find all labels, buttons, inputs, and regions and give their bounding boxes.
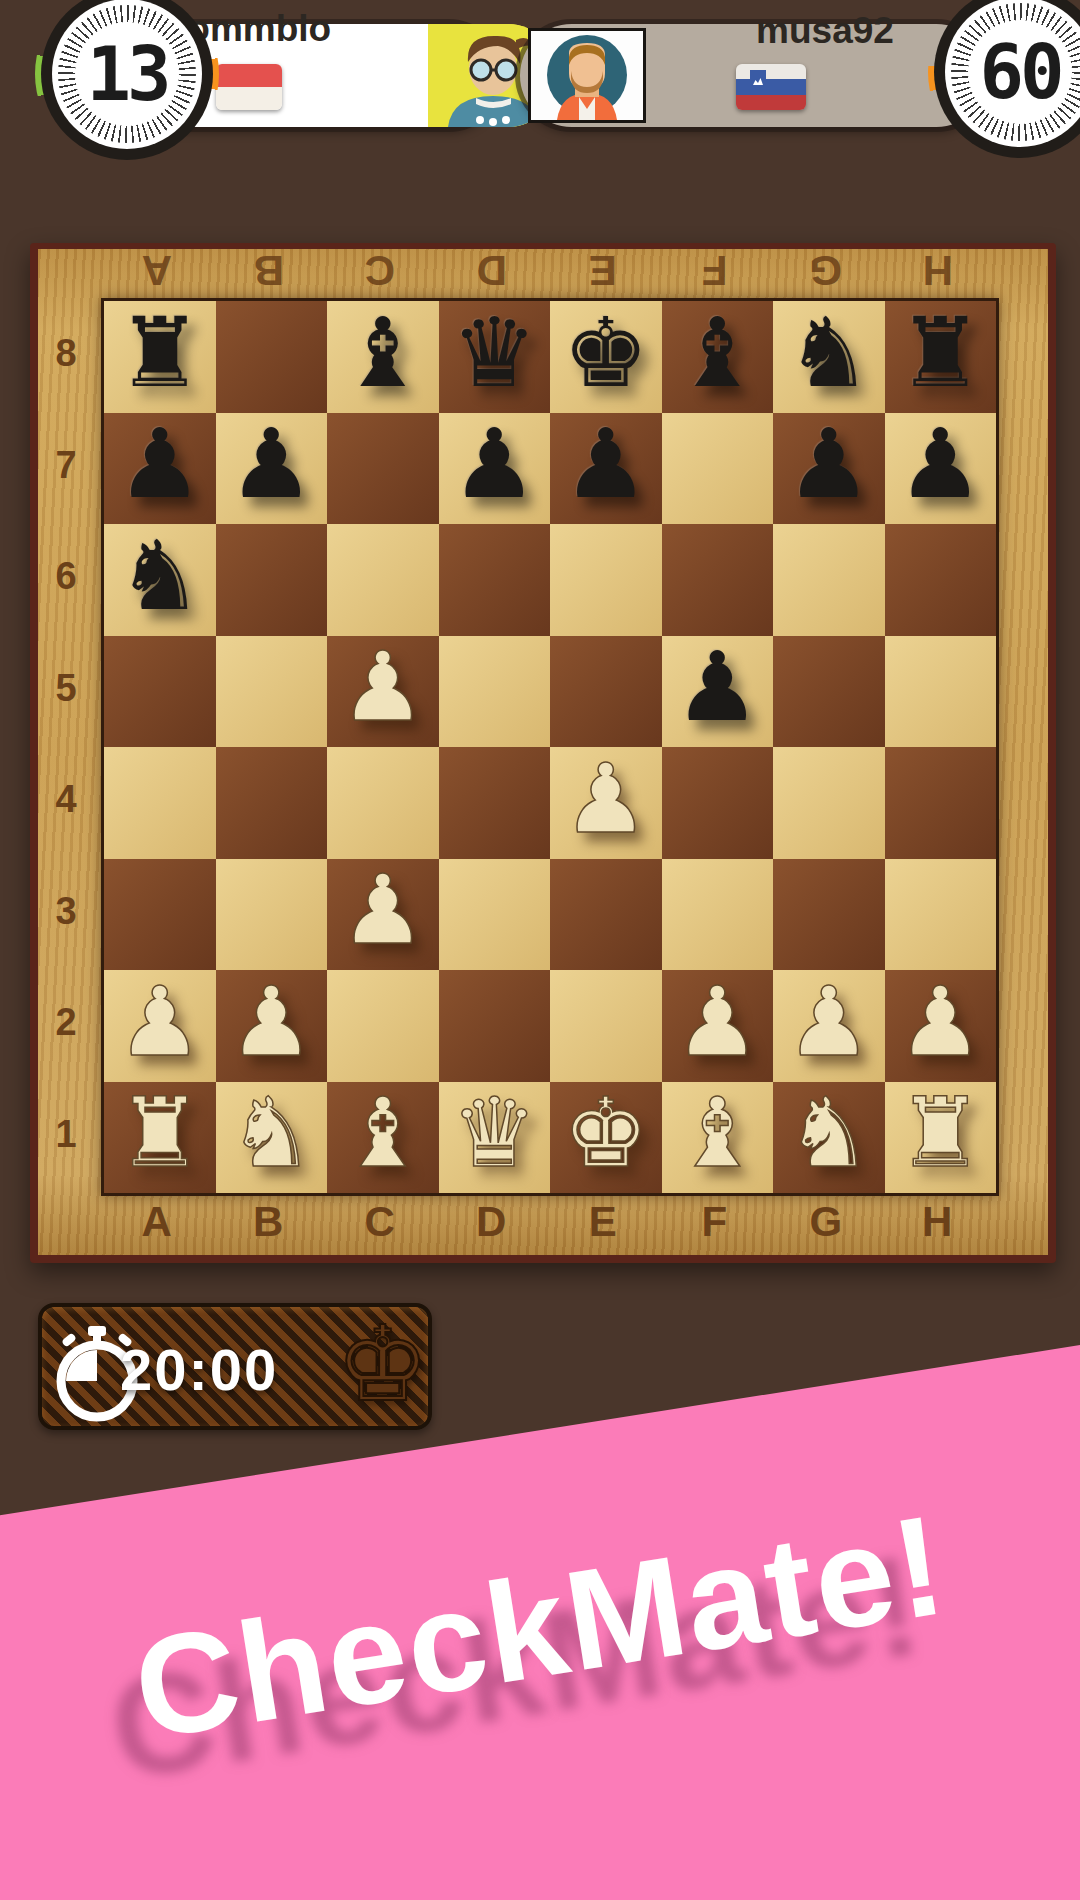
square-e7[interactable]: ♟ bbox=[550, 413, 662, 525]
square-h5[interactable] bbox=[885, 636, 997, 748]
square-f6[interactable] bbox=[662, 524, 774, 636]
square-e5[interactable] bbox=[550, 636, 662, 748]
app-screen: CheckMate! zommblo musa92 bbox=[0, 0, 1080, 1900]
piece-black-bishop[interactable]: ♝ bbox=[674, 305, 760, 401]
piece-black-rook[interactable]: ♜ bbox=[897, 305, 983, 401]
piece-white-pawn[interactable]: ♟ bbox=[786, 974, 872, 1070]
square-d3[interactable] bbox=[439, 859, 551, 971]
piece-white-rook[interactable]: ♜ bbox=[897, 1085, 983, 1181]
piece-black-knight[interactable]: ♞ bbox=[786, 305, 872, 401]
square-h6[interactable] bbox=[885, 524, 997, 636]
piece-white-knight[interactable]: ♞ bbox=[786, 1085, 872, 1181]
square-f8[interactable]: ♝ bbox=[662, 301, 774, 413]
clock-right-value: 60 bbox=[934, 0, 1080, 158]
piece-black-bishop[interactable]: ♝ bbox=[340, 305, 426, 401]
clock-left-value: 13 bbox=[41, 0, 213, 160]
square-d1[interactable]: ♛ bbox=[439, 1082, 551, 1194]
square-h8[interactable]: ♜ bbox=[885, 301, 997, 413]
square-b8[interactable] bbox=[216, 301, 328, 413]
clock-right: 60 bbox=[934, 0, 1080, 158]
piece-white-pawn[interactable]: ♟ bbox=[117, 974, 203, 1070]
bearded-person-avatar-icon bbox=[531, 31, 643, 120]
square-d6[interactable] bbox=[439, 524, 551, 636]
piece-white-pawn[interactable]: ♟ bbox=[340, 639, 426, 735]
square-d2[interactable] bbox=[439, 970, 551, 1082]
square-h2[interactable]: ♟ bbox=[885, 970, 997, 1082]
square-g6[interactable] bbox=[773, 524, 885, 636]
square-h1[interactable]: ♜ bbox=[885, 1082, 997, 1194]
piece-white-queen[interactable]: ♛ bbox=[451, 1085, 537, 1181]
piece-black-pawn[interactable]: ♟ bbox=[563, 416, 649, 512]
chess-board: ABCDEFGH ABCDEFGH 87654321 87654321 ♜♝♛♚… bbox=[30, 243, 1056, 1263]
square-b5[interactable] bbox=[216, 636, 328, 748]
piece-black-pawn[interactable]: ♟ bbox=[117, 416, 203, 512]
square-g8[interactable]: ♞ bbox=[773, 301, 885, 413]
square-d5[interactable] bbox=[439, 636, 551, 748]
piece-white-pawn[interactable]: ♟ bbox=[340, 862, 426, 958]
piece-black-rook[interactable]: ♜ bbox=[117, 305, 203, 401]
square-f3[interactable] bbox=[662, 859, 774, 971]
square-g3[interactable] bbox=[773, 859, 885, 971]
square-c2[interactable] bbox=[327, 970, 439, 1082]
piece-black-pawn[interactable]: ♟ bbox=[451, 416, 537, 512]
piece-white-pawn[interactable]: ♟ bbox=[563, 751, 649, 847]
square-a5[interactable] bbox=[104, 636, 216, 748]
square-b2[interactable]: ♟ bbox=[216, 970, 328, 1082]
right-avatar bbox=[528, 28, 646, 123]
square-g4[interactable] bbox=[773, 747, 885, 859]
square-c3[interactable]: ♟ bbox=[327, 859, 439, 971]
square-a2[interactable]: ♟ bbox=[104, 970, 216, 1082]
square-f5[interactable]: ♟ bbox=[662, 636, 774, 748]
piece-white-pawn[interactable]: ♟ bbox=[897, 974, 983, 1070]
piece-black-pawn[interactable]: ♟ bbox=[228, 416, 314, 512]
square-b1[interactable]: ♞ bbox=[216, 1082, 328, 1194]
piece-white-bishop[interactable]: ♝ bbox=[674, 1085, 760, 1181]
rank-labels-left: 87654321 bbox=[36, 298, 96, 1190]
piece-black-queen[interactable]: ♛ bbox=[451, 305, 537, 401]
piece-black-king[interactable]: ♚ bbox=[563, 305, 649, 401]
piece-white-king[interactable]: ♚ bbox=[563, 1085, 649, 1181]
square-a3[interactable] bbox=[104, 859, 216, 971]
square-f1[interactable]: ♝ bbox=[662, 1082, 774, 1194]
square-f7[interactable] bbox=[662, 413, 774, 525]
square-h4[interactable] bbox=[885, 747, 997, 859]
piece-black-knight[interactable]: ♞ bbox=[117, 528, 203, 624]
square-h3[interactable] bbox=[885, 859, 997, 971]
square-e2[interactable] bbox=[550, 970, 662, 1082]
piece-white-pawn[interactable]: ♟ bbox=[674, 974, 760, 1070]
piece-black-pawn[interactable]: ♟ bbox=[674, 639, 760, 735]
square-b3[interactable] bbox=[216, 859, 328, 971]
square-c8[interactable]: ♝ bbox=[327, 301, 439, 413]
piece-black-pawn[interactable]: ♟ bbox=[786, 416, 872, 512]
king-silhouette-icon: ♚ bbox=[336, 1312, 429, 1416]
player-name-right: musa92 bbox=[700, 10, 950, 52]
piece-white-pawn[interactable]: ♟ bbox=[228, 974, 314, 1070]
square-a6[interactable]: ♞ bbox=[104, 524, 216, 636]
square-e8[interactable]: ♚ bbox=[550, 301, 662, 413]
square-d8[interactable]: ♛ bbox=[439, 301, 551, 413]
square-g2[interactable]: ♟ bbox=[773, 970, 885, 1082]
square-b4[interactable] bbox=[216, 747, 328, 859]
square-c6[interactable] bbox=[327, 524, 439, 636]
file-labels-top: ABCDEFGH bbox=[101, 245, 993, 295]
square-e3[interactable] bbox=[550, 859, 662, 971]
piece-white-knight[interactable]: ♞ bbox=[228, 1085, 314, 1181]
square-a1[interactable]: ♜ bbox=[104, 1082, 216, 1194]
square-a7[interactable]: ♟ bbox=[104, 413, 216, 525]
square-e1[interactable]: ♚ bbox=[550, 1082, 662, 1194]
piece-white-rook[interactable]: ♜ bbox=[117, 1085, 203, 1181]
square-g1[interactable]: ♞ bbox=[773, 1082, 885, 1194]
file-labels-bottom: ABCDEFGH bbox=[101, 1193, 993, 1251]
piece-black-pawn[interactable]: ♟ bbox=[897, 416, 983, 512]
square-e6[interactable] bbox=[550, 524, 662, 636]
square-a4[interactable] bbox=[104, 747, 216, 859]
square-f2[interactable]: ♟ bbox=[662, 970, 774, 1082]
square-c7[interactable] bbox=[327, 413, 439, 525]
square-g5[interactable] bbox=[773, 636, 885, 748]
square-d7[interactable]: ♟ bbox=[439, 413, 551, 525]
indonesia-flag-icon bbox=[216, 64, 282, 110]
square-b7[interactable]: ♟ bbox=[216, 413, 328, 525]
square-e4[interactable]: ♟ bbox=[550, 747, 662, 859]
square-c4[interactable] bbox=[327, 747, 439, 859]
square-d4[interactable] bbox=[439, 747, 551, 859]
square-b6[interactable] bbox=[216, 524, 328, 636]
square-h7[interactable]: ♟ bbox=[885, 413, 997, 525]
square-c1[interactable]: ♝ bbox=[327, 1082, 439, 1194]
square-g7[interactable]: ♟ bbox=[773, 413, 885, 525]
square-a8[interactable]: ♜ bbox=[104, 301, 216, 413]
square-f4[interactable] bbox=[662, 747, 774, 859]
clock-left: 13 bbox=[41, 0, 213, 160]
board-grid: ♜♝♛♚♝♞♜♟♟♟♟♟♟♞♟♟♟♟♟♟♟♟♟♜♞♝♛♚♝♞♜ bbox=[101, 298, 999, 1196]
square-c5[interactable]: ♟ bbox=[327, 636, 439, 748]
piece-white-bishop[interactable]: ♝ bbox=[340, 1085, 426, 1181]
slovenia-flag-icon bbox=[736, 64, 806, 110]
